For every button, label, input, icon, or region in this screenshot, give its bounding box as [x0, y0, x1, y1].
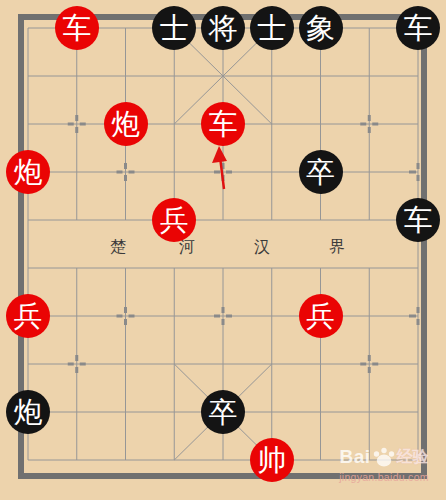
river-label: 楚	[110, 237, 126, 258]
river-label: 汉	[254, 237, 270, 258]
piece-red-general[interactable]: 帅	[250, 438, 294, 482]
piece-black-cannon[interactable]: 炮	[6, 390, 50, 434]
piece-red-chariot[interactable]: 车	[201, 102, 245, 146]
piece-red-soldier[interactable]: 兵	[152, 198, 196, 242]
piece-black-chariot[interactable]: 车	[396, 6, 440, 50]
piece-black-chariot[interactable]: 车	[396, 198, 440, 242]
move-arrow-icon	[212, 146, 227, 189]
piece-red-chariot[interactable]: 车	[55, 6, 99, 50]
piece-black-soldier[interactable]: 卒	[201, 390, 245, 434]
piece-black-advisor[interactable]: 士	[152, 6, 196, 50]
piece-black-soldier[interactable]: 卒	[299, 150, 343, 194]
piece-black-elephant[interactable]: 象	[299, 6, 343, 50]
piece-black-advisor[interactable]: 士	[250, 6, 294, 50]
piece-red-cannon[interactable]: 炮	[104, 102, 148, 146]
piece-black-general[interactable]: 将	[201, 6, 245, 50]
xiangqi-board: 楚 河 汉 界 车士将士象车炮车炮卒兵车兵兵炮卒帅 Bai 经验 jingyan…	[0, 0, 446, 500]
piece-red-soldier[interactable]: 兵	[299, 294, 343, 338]
river-label: 界	[329, 237, 345, 258]
piece-red-cannon[interactable]: 炮	[6, 150, 50, 194]
piece-red-soldier[interactable]: 兵	[6, 294, 50, 338]
